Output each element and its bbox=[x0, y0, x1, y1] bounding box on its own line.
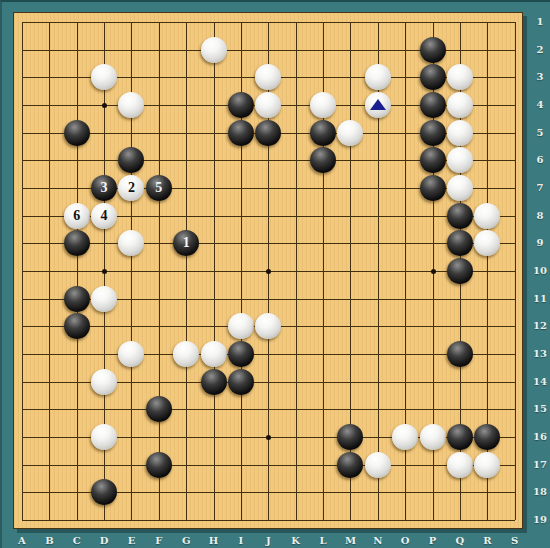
grid-vline bbox=[296, 22, 297, 520]
black-stone-I5 bbox=[228, 120, 254, 146]
white-stone-Q17 bbox=[447, 452, 473, 478]
black-stone-I14 bbox=[228, 369, 254, 395]
column-label-N: N bbox=[370, 535, 386, 546]
white-stone-Q4 bbox=[447, 92, 473, 118]
move-number-label: 6 bbox=[73, 209, 80, 223]
row-label-17: 17 bbox=[530, 459, 550, 470]
move-number-label: 2 bbox=[128, 181, 135, 195]
row-label-3: 3 bbox=[530, 71, 550, 82]
row-label-18: 18 bbox=[530, 486, 550, 497]
grid-hline bbox=[22, 520, 515, 521]
move-number-label: 1 bbox=[183, 236, 190, 250]
white-stone-N17 bbox=[365, 452, 391, 478]
column-label-I: I bbox=[233, 535, 249, 546]
row-label-16: 16 bbox=[530, 431, 550, 442]
column-label-D: D bbox=[96, 535, 112, 546]
column-label-P: P bbox=[425, 535, 441, 546]
row-label-10: 10 bbox=[530, 265, 550, 276]
column-label-C: C bbox=[69, 535, 85, 546]
black-stone-P7 bbox=[420, 175, 446, 201]
white-stone-M5 bbox=[337, 120, 363, 146]
white-stone-H2 bbox=[201, 37, 227, 63]
column-label-M: M bbox=[342, 535, 358, 546]
column-label-H: H bbox=[206, 535, 222, 546]
row-label-8: 8 bbox=[530, 210, 550, 221]
black-stone-P4 bbox=[420, 92, 446, 118]
black-stone-J5 bbox=[255, 120, 281, 146]
row-label-1: 1 bbox=[530, 16, 550, 27]
row-label-14: 14 bbox=[530, 376, 550, 387]
black-stone-C12 bbox=[64, 313, 90, 339]
white-stone-D16 bbox=[91, 424, 117, 450]
go-board-frame: 325641 ABCDEFGHIJKLMNOPQRS 1234567891011… bbox=[0, 0, 550, 548]
black-stone-F17 bbox=[146, 452, 172, 478]
row-label-19: 19 bbox=[530, 514, 550, 525]
move-number-label: 3 bbox=[101, 181, 108, 195]
white-stone-Q5 bbox=[447, 120, 473, 146]
row-label-2: 2 bbox=[530, 44, 550, 55]
black-stone-Q10 bbox=[447, 258, 473, 284]
row-label-7: 7 bbox=[530, 182, 550, 193]
black-stone-P6 bbox=[420, 147, 446, 173]
row-label-6: 6 bbox=[530, 154, 550, 165]
black-stone-C5 bbox=[64, 120, 90, 146]
column-label-O: O bbox=[397, 535, 413, 546]
white-stone-D14 bbox=[91, 369, 117, 395]
row-label-4: 4 bbox=[530, 99, 550, 110]
white-stone-P16 bbox=[420, 424, 446, 450]
grid-hline bbox=[22, 465, 515, 466]
grid-hline bbox=[22, 354, 515, 355]
column-label-R: R bbox=[479, 535, 495, 546]
white-stone-L4 bbox=[310, 92, 336, 118]
column-label-E: E bbox=[123, 535, 139, 546]
column-label-Q: Q bbox=[452, 535, 468, 546]
white-stone-R17 bbox=[474, 452, 500, 478]
column-label-K: K bbox=[288, 535, 304, 546]
white-stone-Q7 bbox=[447, 175, 473, 201]
black-stone-P3 bbox=[420, 64, 446, 90]
row-label-15: 15 bbox=[530, 403, 550, 414]
row-label-9: 9 bbox=[530, 237, 550, 248]
black-stone-H14 bbox=[201, 369, 227, 395]
column-label-J: J bbox=[260, 535, 276, 546]
move-number-label: 5 bbox=[155, 181, 162, 195]
white-stone-D8: 4 bbox=[91, 203, 117, 229]
black-stone-Q16 bbox=[447, 424, 473, 450]
black-stone-C11 bbox=[64, 286, 90, 312]
white-stone-R8 bbox=[474, 203, 500, 229]
triangle-marker bbox=[370, 99, 386, 110]
black-stone-D7: 3 bbox=[91, 175, 117, 201]
white-stone-N3 bbox=[365, 64, 391, 90]
row-label-13: 13 bbox=[530, 348, 550, 359]
black-stone-F7: 5 bbox=[146, 175, 172, 201]
black-stone-M17 bbox=[337, 452, 363, 478]
grid-vline bbox=[515, 22, 516, 520]
row-label-5: 5 bbox=[530, 127, 550, 138]
star-point bbox=[431, 269, 436, 274]
white-stone-C8: 6 bbox=[64, 203, 90, 229]
black-stone-Q13 bbox=[447, 341, 473, 367]
grid-hline bbox=[22, 409, 515, 410]
column-label-L: L bbox=[315, 535, 331, 546]
black-stone-L5 bbox=[310, 120, 336, 146]
black-stone-I13 bbox=[228, 341, 254, 367]
black-stone-I4 bbox=[228, 92, 254, 118]
column-label-B: B bbox=[41, 535, 57, 546]
black-stone-Q8 bbox=[447, 203, 473, 229]
black-stone-C9 bbox=[64, 230, 90, 256]
row-label-11: 11 bbox=[530, 293, 550, 304]
move-number-label: 4 bbox=[101, 209, 108, 223]
white-stone-H13 bbox=[201, 341, 227, 367]
row-label-12: 12 bbox=[530, 320, 550, 331]
black-stone-P2 bbox=[420, 37, 446, 63]
column-label-S: S bbox=[507, 535, 523, 546]
black-stone-P5 bbox=[420, 120, 446, 146]
column-label-F: F bbox=[151, 535, 167, 546]
column-label-G: G bbox=[178, 535, 194, 546]
white-stone-D11 bbox=[91, 286, 117, 312]
column-label-A: A bbox=[14, 535, 30, 546]
